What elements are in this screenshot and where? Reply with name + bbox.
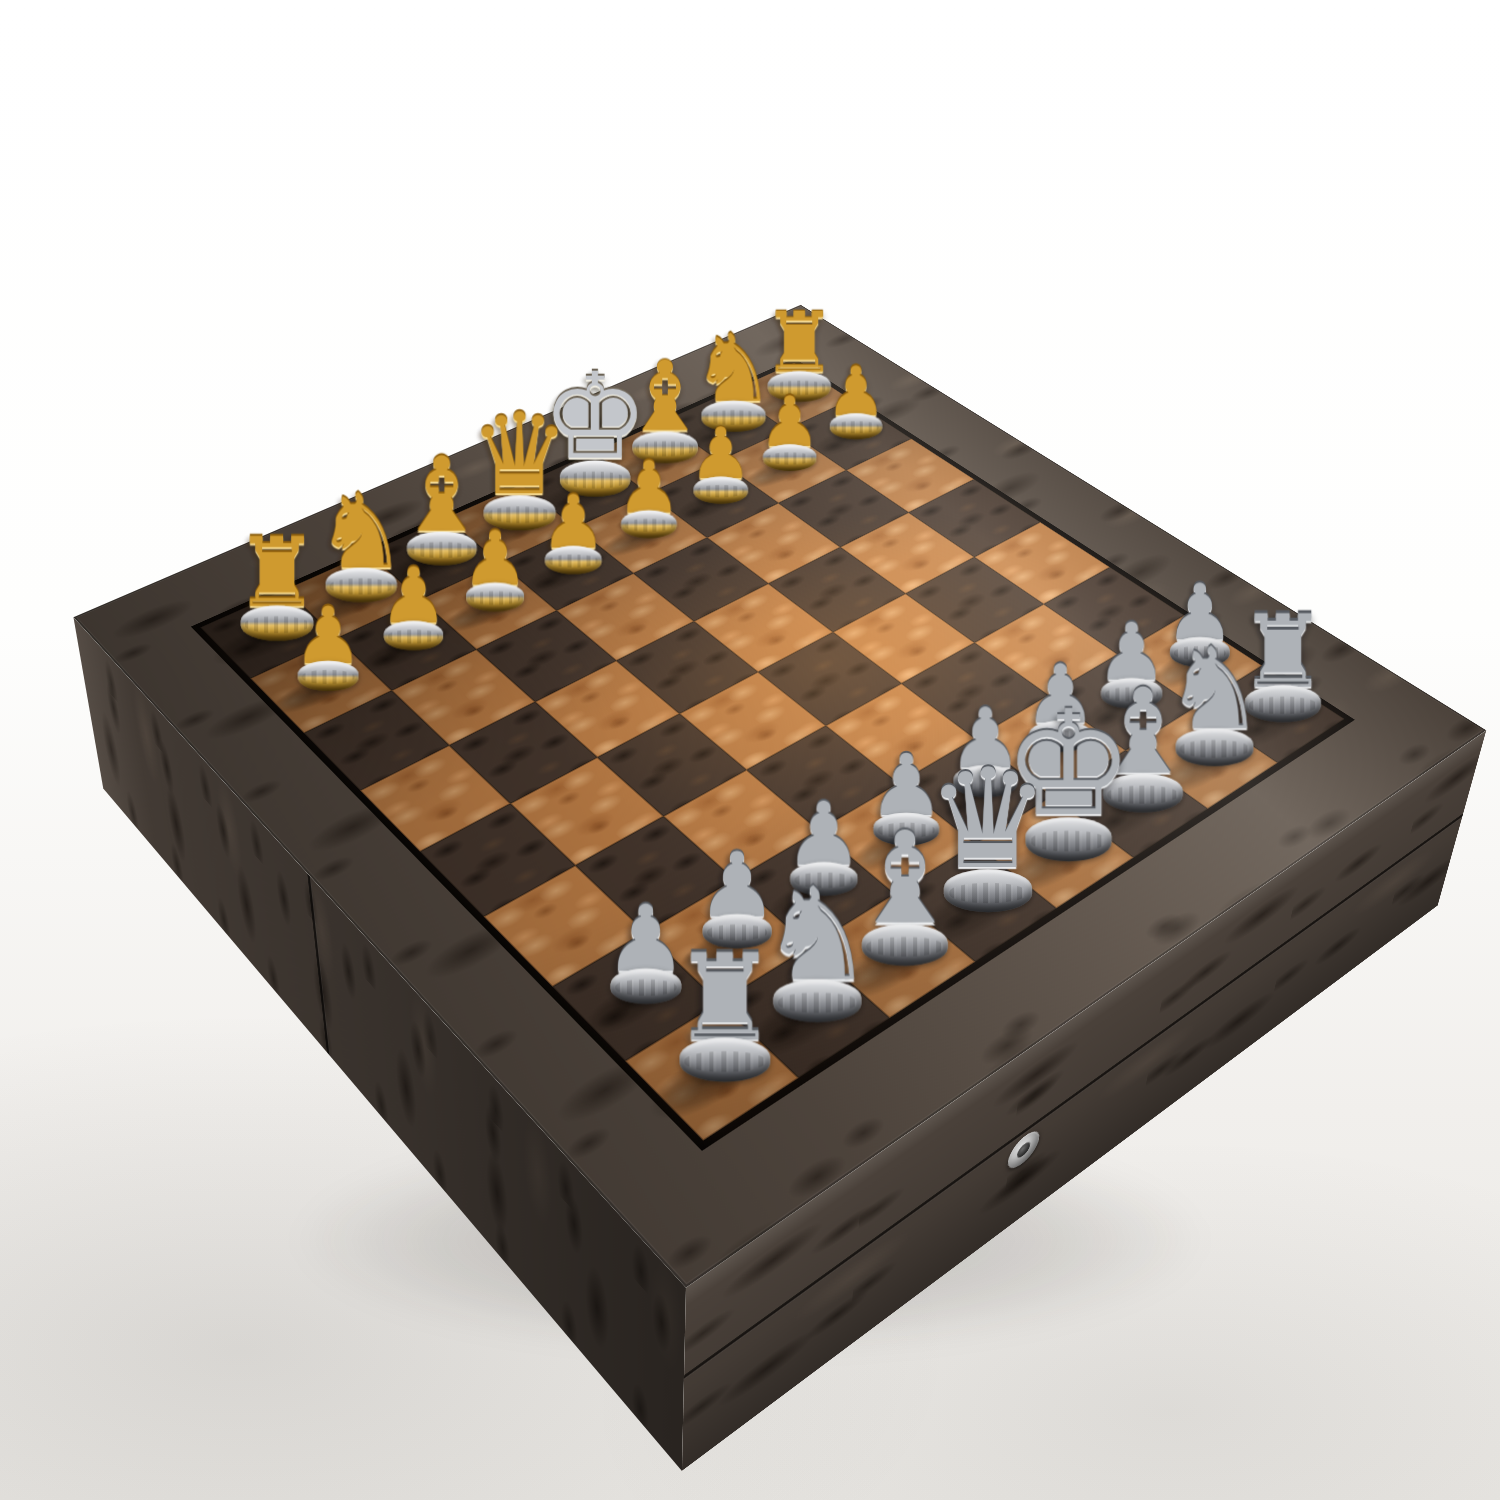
square-a3 [304, 690, 450, 790]
square-b8 [719, 947, 889, 1078]
piece-shadow [980, 714, 1106, 796]
piece-shadow [608, 1015, 797, 1154]
piece-shadow [646, 902, 790, 1001]
square-b7 [645, 880, 809, 1003]
lid-seam-left [307, 873, 330, 1056]
square-d6 [747, 726, 899, 830]
square-d8 [894, 844, 1056, 962]
square-b6 [576, 817, 734, 932]
square-b5 [511, 758, 664, 866]
latch-button-core [1016, 1139, 1031, 1160]
piece-shadow [736, 852, 875, 947]
square-a6 [484, 865, 645, 986]
square-a4 [360, 745, 511, 851]
piece-shadow [1118, 717, 1272, 819]
piece-shadow [1190, 675, 1340, 772]
square-c5 [597, 714, 747, 817]
square-h8 [1195, 665, 1344, 762]
piece-shadow [704, 959, 886, 1090]
studio-background: ♜♞♝♛♚♝♞♜♟♟♟♟♟♟♟♟♟♟♟♟♟♟♟♟♜♞♝♛♚♝♞♜ [0, 0, 1500, 1500]
piece-shadow [961, 804, 1135, 923]
square-e7 [898, 738, 1052, 844]
square-c4 [535, 661, 680, 758]
square-d5 [679, 672, 826, 770]
square-c8 [809, 894, 975, 1018]
square-e8 [975, 796, 1134, 908]
square-g8 [1125, 707, 1277, 809]
box-lid-top [73, 305, 1486, 1288]
square-a7 [552, 932, 719, 1061]
piece-shadow [552, 955, 701, 1060]
square-b4 [449, 702, 597, 804]
square-e6 [826, 684, 975, 783]
piece-shadow [796, 906, 972, 1031]
square-c6 [663, 770, 818, 879]
square-f8 [1052, 750, 1208, 857]
piece-shadow [1044, 760, 1203, 867]
square-a8 [625, 1002, 799, 1140]
scene: ♜♞♝♛♚♝♞♜♟♟♟♟♟♟♟♟♟♟♟♟♟♟♟♟♜♞♝♛♚♝♞♜ [0, 0, 1500, 1500]
piece-shadow [903, 758, 1033, 844]
chess-box: ♜♞♝♛♚♝♞♜♟♟♟♟♟♟♟♟♟♟♟♟♟♟♟♟♜♞♝♛♚♝♞♜ [73, 305, 1486, 1288]
square-f7 [975, 695, 1126, 796]
piece-shadow [1054, 672, 1177, 750]
piece-shadow [878, 852, 1057, 977]
square-d7 [818, 783, 975, 894]
square-c7 [734, 830, 894, 947]
square-a5 [420, 803, 576, 916]
piece-shadow [822, 803, 957, 893]
